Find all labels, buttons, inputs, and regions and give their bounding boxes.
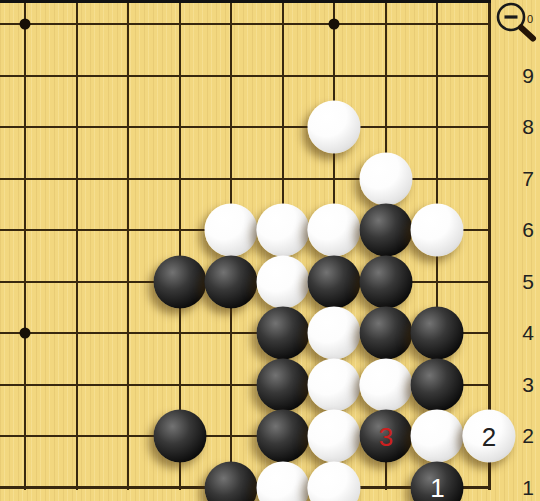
stone-black-S1: 1 [411,461,464,501]
stone-white-Q6 [308,204,361,257]
grid-line-v-11 [76,0,78,490]
stone-black-P4 [256,307,309,360]
stone-black-P2 [256,410,309,463]
stone-black-O5 [205,255,258,308]
stone-white-S6 [411,204,464,257]
stone-black-S3 [411,358,464,411]
row-label-2: 2 [522,424,534,448]
stone-white-S2 [411,410,464,463]
grid-line-h-10 [0,23,491,25]
go-app-screen: 321 987654321 0 [0,0,540,501]
row-label-9: 9 [522,64,534,88]
row-label-1: 1 [522,476,534,500]
stone-white-P5 [256,255,309,308]
grid-line-v-12 [127,0,129,490]
row-label-4: 4 [522,321,534,345]
stone-white-Q4 [308,307,361,360]
stone-white-O6 [205,204,258,257]
stone-white-P6 [256,204,309,257]
stone-black-S4 [411,307,464,360]
viewport-border-top [0,0,491,3]
stone-black-R4 [359,307,412,360]
move-number-label: 1 [411,461,464,501]
stone-black-R6 [359,204,412,257]
stone-black-O1 [205,461,258,501]
stone-black-N5 [153,255,206,308]
stone-white-R7 [359,152,412,205]
stone-white-Q1 [308,461,361,501]
stone-white-P1 [256,461,309,501]
row-label-3: 3 [522,373,534,397]
zoom-level-badge: 0 [527,13,533,25]
stone-white-Q8 [308,101,361,154]
stone-black-P3 [256,358,309,411]
star-point [20,19,31,30]
stone-black-Q5 [308,255,361,308]
star-point [329,19,340,30]
grid-line-h-8 [0,126,491,128]
row-label-8: 8 [522,115,534,139]
grid-line-v-10 [24,0,26,490]
star-point [20,328,31,339]
stone-white-T2: 2 [463,410,516,463]
move-number-label: 3 [359,410,412,463]
stone-black-N2 [153,410,206,463]
row-label-5: 5 [522,270,534,294]
zoom-out-button[interactable]: 0 [492,0,540,45]
grid-line-h-7 [0,178,491,180]
stone-black-R5 [359,255,412,308]
stone-white-R3 [359,358,412,411]
row-label-6: 6 [522,218,534,242]
move-number-label: 2 [463,410,516,463]
go-board[interactable]: 321 [0,0,540,501]
stone-black-R2: 3 [359,410,412,463]
row-label-7: 7 [522,167,534,191]
stone-white-Q2 [308,410,361,463]
grid-line-h-9 [0,75,491,77]
stone-white-Q3 [308,358,361,411]
